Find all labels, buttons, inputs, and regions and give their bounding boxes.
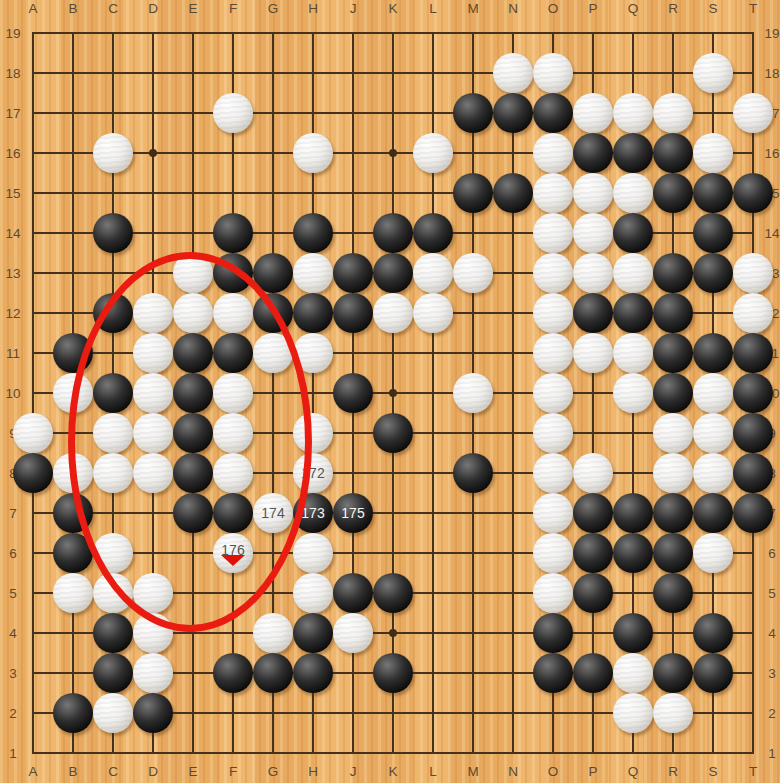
white-stone-R2[interactable] — [653, 693, 693, 733]
empty-intersection-Q1[interactable] — [613, 733, 653, 773]
black-stone-C4[interactable] — [93, 613, 133, 653]
empty-intersection-J11[interactable] — [333, 333, 373, 373]
black-stone-Q4[interactable] — [613, 613, 653, 653]
empty-intersection-H18[interactable] — [293, 53, 333, 93]
empty-intersection-L3[interactable] — [413, 653, 453, 693]
empty-intersection-S2[interactable] — [693, 693, 733, 733]
black-stone-T7[interactable] — [733, 493, 773, 533]
black-stone-R7[interactable] — [653, 493, 693, 533]
black-stone-P12[interactable] — [573, 293, 613, 333]
black-stone-H3[interactable] — [293, 653, 333, 693]
empty-intersection-Q8[interactable] — [613, 453, 653, 493]
white-stone-S6[interactable] — [693, 533, 733, 573]
empty-intersection-H2[interactable] — [293, 693, 333, 733]
empty-intersection-B19[interactable] — [53, 13, 93, 53]
empty-intersection-R1[interactable] — [653, 733, 693, 773]
empty-intersection-N8[interactable] — [493, 453, 533, 493]
empty-intersection-F19[interactable] — [213, 13, 253, 53]
empty-intersection-N3[interactable] — [493, 653, 533, 693]
empty-intersection-A1[interactable] — [13, 733, 53, 773]
empty-intersection-E14[interactable] — [173, 213, 213, 253]
black-stone-H4[interactable] — [293, 613, 333, 653]
empty-intersection-A13[interactable] — [13, 253, 53, 293]
empty-intersection-D15[interactable] — [133, 173, 173, 213]
empty-intersection-B12[interactable] — [53, 293, 93, 333]
white-stone-O14[interactable] — [533, 213, 573, 253]
black-stone-G3[interactable] — [253, 653, 293, 693]
white-stone-M10[interactable] — [453, 373, 493, 413]
empty-intersection-A14[interactable] — [13, 213, 53, 253]
white-stone-S9[interactable] — [693, 413, 733, 453]
white-stone-C16[interactable] — [93, 133, 133, 173]
black-stone-R3[interactable] — [653, 653, 693, 693]
white-stone-J4[interactable] — [333, 613, 373, 653]
empty-intersection-Q18[interactable] — [613, 53, 653, 93]
empty-intersection-A19[interactable] — [13, 13, 53, 53]
empty-intersection-D17[interactable] — [133, 93, 173, 133]
white-stone-Q11[interactable] — [613, 333, 653, 373]
white-stone-O5[interactable] — [533, 573, 573, 613]
white-stone-N18[interactable] — [493, 53, 533, 93]
empty-intersection-L18[interactable] — [413, 53, 453, 93]
empty-intersection-J2[interactable] — [333, 693, 373, 733]
empty-intersection-F16[interactable] — [213, 133, 253, 173]
empty-intersection-B1[interactable] — [53, 733, 93, 773]
white-stone-T17[interactable] — [733, 93, 773, 133]
black-stone-S3[interactable] — [693, 653, 733, 693]
empty-intersection-G2[interactable] — [253, 693, 293, 733]
black-stone-P7[interactable] — [573, 493, 613, 533]
black-stone-Q16[interactable] — [613, 133, 653, 173]
empty-intersection-G1[interactable] — [253, 733, 293, 773]
black-stone-M8[interactable] — [453, 453, 493, 493]
black-stone-K13[interactable] — [373, 253, 413, 293]
empty-intersection-A15[interactable] — [13, 173, 53, 213]
black-stone-B2[interactable] — [53, 693, 93, 733]
black-stone-K3[interactable] — [373, 653, 413, 693]
black-stone-N17[interactable] — [493, 93, 533, 133]
black-stone-P16[interactable] — [573, 133, 613, 173]
black-stone-T15[interactable] — [733, 173, 773, 213]
empty-intersection-P1[interactable] — [573, 733, 613, 773]
black-stone-S7[interactable] — [693, 493, 733, 533]
empty-intersection-A3[interactable] — [13, 653, 53, 693]
white-stone-B5[interactable] — [53, 573, 93, 613]
white-stone-P17[interactable] — [573, 93, 613, 133]
white-stone-O6[interactable] — [533, 533, 573, 573]
empty-intersection-B14[interactable] — [53, 213, 93, 253]
empty-intersection-N16[interactable] — [493, 133, 533, 173]
black-stone-S13[interactable] — [693, 253, 733, 293]
white-stone-L13[interactable] — [413, 253, 453, 293]
empty-intersection-M1[interactable] — [453, 733, 493, 773]
empty-intersection-B16[interactable] — [53, 133, 93, 173]
empty-intersection-R14[interactable] — [653, 213, 693, 253]
empty-intersection-H15[interactable] — [293, 173, 333, 213]
white-stone-G4[interactable] — [253, 613, 293, 653]
empty-intersection-J8[interactable] — [333, 453, 373, 493]
empty-intersection-P19[interactable] — [573, 13, 613, 53]
empty-intersection-E15[interactable] — [173, 173, 213, 213]
empty-intersection-S19[interactable] — [693, 13, 733, 53]
empty-intersection-E16[interactable] — [173, 133, 213, 173]
empty-intersection-P10[interactable] — [573, 373, 613, 413]
empty-intersection-T3[interactable] — [733, 653, 773, 693]
black-stone-L14[interactable] — [413, 213, 453, 253]
empty-intersection-S17[interactable] — [693, 93, 733, 133]
empty-intersection-R4[interactable] — [653, 613, 693, 653]
white-stone-P11[interactable] — [573, 333, 613, 373]
empty-intersection-L1[interactable] — [413, 733, 453, 773]
black-stone-R10[interactable] — [653, 373, 693, 413]
empty-intersection-A7[interactable] — [13, 493, 53, 533]
black-stone-T10[interactable] — [733, 373, 773, 413]
empty-intersection-K16[interactable] — [373, 133, 413, 173]
empty-intersection-M18[interactable] — [453, 53, 493, 93]
white-stone-O18[interactable] — [533, 53, 573, 93]
black-stone-H12[interactable] — [293, 293, 333, 333]
empty-intersection-E3[interactable] — [173, 653, 213, 693]
empty-intersection-T4[interactable] — [733, 613, 773, 653]
white-stone-R8[interactable] — [653, 453, 693, 493]
white-stone-O7[interactable] — [533, 493, 573, 533]
empty-intersection-C19[interactable] — [93, 13, 133, 53]
empty-intersection-S1[interactable] — [693, 733, 733, 773]
empty-intersection-L11[interactable] — [413, 333, 453, 373]
empty-intersection-K11[interactable] — [373, 333, 413, 373]
black-stone-S15[interactable] — [693, 173, 733, 213]
empty-intersection-J9[interactable] — [333, 413, 373, 453]
empty-intersection-D1[interactable] — [133, 733, 173, 773]
empty-intersection-K19[interactable] — [373, 13, 413, 53]
empty-intersection-C15[interactable] — [93, 173, 133, 213]
black-stone-R6[interactable] — [653, 533, 693, 573]
empty-intersection-N6[interactable] — [493, 533, 533, 573]
empty-intersection-B4[interactable] — [53, 613, 93, 653]
empty-intersection-O2[interactable] — [533, 693, 573, 733]
empty-intersection-O1[interactable] — [533, 733, 573, 773]
empty-intersection-K1[interactable] — [373, 733, 413, 773]
empty-intersection-B18[interactable] — [53, 53, 93, 93]
black-stone-J12[interactable] — [333, 293, 373, 333]
empty-intersection-J17[interactable] — [333, 93, 373, 133]
empty-intersection-M12[interactable] — [453, 293, 493, 333]
black-stone-R16[interactable] — [653, 133, 693, 173]
white-stone-K12[interactable] — [373, 293, 413, 333]
empty-intersection-E17[interactable] — [173, 93, 213, 133]
black-stone-F14[interactable] — [213, 213, 253, 253]
empty-intersection-K4[interactable] — [373, 613, 413, 653]
white-stone-F17[interactable] — [213, 93, 253, 133]
black-stone-Q6[interactable] — [613, 533, 653, 573]
white-stone-H5[interactable] — [293, 573, 333, 613]
empty-intersection-P9[interactable] — [573, 413, 613, 453]
black-stone-J10[interactable] — [333, 373, 373, 413]
empty-intersection-K15[interactable] — [373, 173, 413, 213]
empty-intersection-G17[interactable] — [253, 93, 293, 133]
black-stone-S4[interactable] — [693, 613, 733, 653]
empty-intersection-K7[interactable] — [373, 493, 413, 533]
empty-intersection-L10[interactable] — [413, 373, 453, 413]
white-stone-Q2[interactable] — [613, 693, 653, 733]
empty-intersection-K10[interactable] — [373, 373, 413, 413]
black-stone-Q12[interactable] — [613, 293, 653, 333]
empty-intersection-A17[interactable] — [13, 93, 53, 133]
black-stone-H14[interactable] — [293, 213, 333, 253]
empty-intersection-M2[interactable] — [453, 693, 493, 733]
empty-intersection-T5[interactable] — [733, 573, 773, 613]
empty-intersection-M11[interactable] — [453, 333, 493, 373]
white-stone-H13[interactable] — [293, 253, 333, 293]
empty-intersection-M4[interactable] — [453, 613, 493, 653]
empty-intersection-S12[interactable] — [693, 293, 733, 333]
white-stone-H16[interactable] — [293, 133, 333, 173]
empty-intersection-J15[interactable] — [333, 173, 373, 213]
white-stone-Q15[interactable] — [613, 173, 653, 213]
empty-intersection-T6[interactable] — [733, 533, 773, 573]
empty-intersection-J3[interactable] — [333, 653, 373, 693]
white-stone-M13[interactable] — [453, 253, 493, 293]
black-stone-J13[interactable] — [333, 253, 373, 293]
empty-intersection-F18[interactable] — [213, 53, 253, 93]
white-stone-A9[interactable] — [13, 413, 53, 453]
empty-intersection-C1[interactable] — [93, 733, 133, 773]
black-stone-C3[interactable] — [93, 653, 133, 693]
empty-intersection-N19[interactable] — [493, 13, 533, 53]
empty-intersection-K6[interactable] — [373, 533, 413, 573]
black-stone-K14[interactable] — [373, 213, 413, 253]
empty-intersection-E18[interactable] — [173, 53, 213, 93]
empty-intersection-G14[interactable] — [253, 213, 293, 253]
empty-intersection-A2[interactable] — [13, 693, 53, 733]
white-stone-D3[interactable] — [133, 653, 173, 693]
empty-intersection-M9[interactable] — [453, 413, 493, 453]
empty-intersection-L4[interactable] — [413, 613, 453, 653]
black-stone-Q14[interactable] — [613, 213, 653, 253]
black-stone-O4[interactable] — [533, 613, 573, 653]
empty-intersection-N12[interactable] — [493, 293, 533, 333]
empty-intersection-E2[interactable] — [173, 693, 213, 733]
empty-intersection-A12[interactable] — [13, 293, 53, 333]
empty-intersection-B13[interactable] — [53, 253, 93, 293]
black-stone-R12[interactable] — [653, 293, 693, 333]
empty-intersection-E19[interactable] — [173, 13, 213, 53]
empty-intersection-G15[interactable] — [253, 173, 293, 213]
empty-intersection-O19[interactable] — [533, 13, 573, 53]
empty-intersection-A6[interactable] — [13, 533, 53, 573]
empty-intersection-F2[interactable] — [213, 693, 253, 733]
empty-intersection-H1[interactable] — [293, 733, 333, 773]
white-stone-T12[interactable] — [733, 293, 773, 333]
empty-intersection-A10[interactable] — [13, 373, 53, 413]
white-stone-R9[interactable] — [653, 413, 693, 453]
empty-intersection-M6[interactable] — [453, 533, 493, 573]
empty-intersection-D16[interactable] — [133, 133, 173, 173]
black-stone-P3[interactable] — [573, 653, 613, 693]
white-stone-P13[interactable] — [573, 253, 613, 293]
white-stone-R17[interactable] — [653, 93, 693, 133]
empty-intersection-M19[interactable] — [453, 13, 493, 53]
black-stone-M15[interactable] — [453, 173, 493, 213]
black-stone-J5[interactable] — [333, 573, 373, 613]
black-stone-F3[interactable] — [213, 653, 253, 693]
empty-intersection-M16[interactable] — [453, 133, 493, 173]
black-stone-Q7[interactable] — [613, 493, 653, 533]
black-stone-O17[interactable] — [533, 93, 573, 133]
white-stone-Q3[interactable] — [613, 653, 653, 693]
empty-intersection-M3[interactable] — [453, 653, 493, 693]
black-stone-K5[interactable] — [373, 573, 413, 613]
empty-intersection-T19[interactable] — [733, 13, 773, 53]
empty-intersection-P18[interactable] — [573, 53, 613, 93]
empty-intersection-G16[interactable] — [253, 133, 293, 173]
empty-intersection-L15[interactable] — [413, 173, 453, 213]
empty-intersection-L19[interactable] — [413, 13, 453, 53]
empty-intersection-A4[interactable] — [13, 613, 53, 653]
empty-intersection-R18[interactable] — [653, 53, 693, 93]
empty-intersection-L5[interactable] — [413, 573, 453, 613]
empty-intersection-M5[interactable] — [453, 573, 493, 613]
empty-intersection-K17[interactable] — [373, 93, 413, 133]
empty-intersection-N2[interactable] — [493, 693, 533, 733]
empty-intersection-L7[interactable] — [413, 493, 453, 533]
empty-intersection-J16[interactable] — [333, 133, 373, 173]
empty-intersection-A5[interactable] — [13, 573, 53, 613]
black-stone-T9[interactable] — [733, 413, 773, 453]
empty-intersection-N14[interactable] — [493, 213, 533, 253]
empty-intersection-J14[interactable] — [333, 213, 373, 253]
empty-intersection-L9[interactable] — [413, 413, 453, 453]
empty-intersection-T14[interactable] — [733, 213, 773, 253]
white-stone-O13[interactable] — [533, 253, 573, 293]
white-stone-O15[interactable] — [533, 173, 573, 213]
white-stone-P14[interactable] — [573, 213, 613, 253]
white-stone-O10[interactable] — [533, 373, 573, 413]
empty-intersection-A18[interactable] — [13, 53, 53, 93]
empty-intersection-C18[interactable] — [93, 53, 133, 93]
black-stone-K9[interactable] — [373, 413, 413, 453]
empty-intersection-K18[interactable] — [373, 53, 413, 93]
empty-intersection-C17[interactable] — [93, 93, 133, 133]
empty-intersection-J18[interactable] — [333, 53, 373, 93]
black-stone-D2[interactable] — [133, 693, 173, 733]
black-stone-S11[interactable] — [693, 333, 733, 373]
white-stone-H6[interactable] — [293, 533, 333, 573]
empty-intersection-N13[interactable] — [493, 253, 533, 293]
empty-intersection-M14[interactable] — [453, 213, 493, 253]
black-stone-N15[interactable] — [493, 173, 533, 213]
black-stone-M17[interactable] — [453, 93, 493, 133]
white-stone-O12[interactable] — [533, 293, 573, 333]
empty-intersection-P2[interactable] — [573, 693, 613, 733]
empty-intersection-D18[interactable] — [133, 53, 173, 93]
black-stone-T11[interactable] — [733, 333, 773, 373]
white-stone-O8[interactable] — [533, 453, 573, 493]
empty-intersection-J19[interactable] — [333, 13, 373, 53]
empty-intersection-N11[interactable] — [493, 333, 533, 373]
black-stone-J7[interactable]: 175 — [333, 493, 373, 533]
empty-intersection-Q5[interactable] — [613, 573, 653, 613]
white-stone-S10[interactable] — [693, 373, 733, 413]
white-stone-Q17[interactable] — [613, 93, 653, 133]
empty-intersection-Q9[interactable] — [613, 413, 653, 453]
empty-intersection-N1[interactable] — [493, 733, 533, 773]
empty-intersection-B3[interactable] — [53, 653, 93, 693]
white-stone-P15[interactable] — [573, 173, 613, 213]
white-stone-S18[interactable] — [693, 53, 733, 93]
empty-intersection-L2[interactable] — [413, 693, 453, 733]
empty-intersection-N5[interactable] — [493, 573, 533, 613]
empty-intersection-D14[interactable] — [133, 213, 173, 253]
white-stone-O11[interactable] — [533, 333, 573, 373]
white-stone-L12[interactable] — [413, 293, 453, 333]
empty-intersection-L6[interactable] — [413, 533, 453, 573]
empty-intersection-T2[interactable] — [733, 693, 773, 733]
black-stone-R15[interactable] — [653, 173, 693, 213]
empty-intersection-Q19[interactable] — [613, 13, 653, 53]
empty-intersection-G18[interactable] — [253, 53, 293, 93]
black-stone-C14[interactable] — [93, 213, 133, 253]
empty-intersection-R19[interactable] — [653, 13, 693, 53]
white-stone-T13[interactable] — [733, 253, 773, 293]
empty-intersection-S5[interactable] — [693, 573, 733, 613]
empty-intersection-F15[interactable] — [213, 173, 253, 213]
empty-intersection-K2[interactable] — [373, 693, 413, 733]
white-stone-S8[interactable] — [693, 453, 733, 493]
black-stone-O3[interactable] — [533, 653, 573, 693]
black-stone-R5[interactable] — [653, 573, 693, 613]
black-stone-R13[interactable] — [653, 253, 693, 293]
white-stone-L16[interactable] — [413, 133, 453, 173]
empty-intersection-D19[interactable] — [133, 13, 173, 53]
empty-intersection-P4[interactable] — [573, 613, 613, 653]
white-stone-O16[interactable] — [533, 133, 573, 173]
black-stone-A8[interactable] — [13, 453, 53, 493]
empty-intersection-T18[interactable] — [733, 53, 773, 93]
empty-intersection-J6[interactable] — [333, 533, 373, 573]
empty-intersection-N9[interactable] — [493, 413, 533, 453]
empty-intersection-H19[interactable] — [293, 13, 333, 53]
empty-intersection-H17[interactable] — [293, 93, 333, 133]
white-stone-S16[interactable] — [693, 133, 733, 173]
black-stone-T8[interactable] — [733, 453, 773, 493]
empty-intersection-L8[interactable] — [413, 453, 453, 493]
empty-intersection-T16[interactable] — [733, 133, 773, 173]
white-stone-O9[interactable] — [533, 413, 573, 453]
empty-intersection-G19[interactable] — [253, 13, 293, 53]
empty-intersection-J1[interactable] — [333, 733, 373, 773]
black-stone-R11[interactable] — [653, 333, 693, 373]
empty-intersection-A16[interactable] — [13, 133, 53, 173]
white-stone-Q13[interactable] — [613, 253, 653, 293]
empty-intersection-L17[interactable] — [413, 93, 453, 133]
white-stone-Q10[interactable] — [613, 373, 653, 413]
empty-intersection-B15[interactable] — [53, 173, 93, 213]
empty-intersection-E1[interactable] — [173, 733, 213, 773]
black-stone-P5[interactable] — [573, 573, 613, 613]
white-stone-C2[interactable] — [93, 693, 133, 733]
black-stone-P6[interactable] — [573, 533, 613, 573]
empty-intersection-B17[interactable] — [53, 93, 93, 133]
empty-intersection-N10[interactable] — [493, 373, 533, 413]
white-stone-P8[interactable] — [573, 453, 613, 493]
black-stone-S14[interactable] — [693, 213, 733, 253]
empty-intersection-T1[interactable] — [733, 733, 773, 773]
empty-intersection-K8[interactable] — [373, 453, 413, 493]
empty-intersection-A11[interactable] — [13, 333, 53, 373]
empty-intersection-F1[interactable] — [213, 733, 253, 773]
empty-intersection-N4[interactable] — [493, 613, 533, 653]
